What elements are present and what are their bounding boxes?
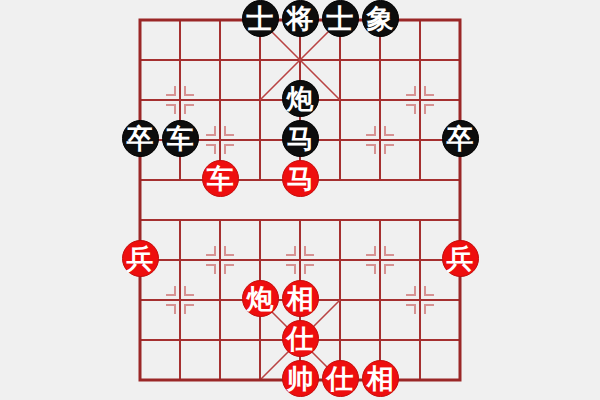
piece-red-soldier-1[interactable]: 兵 [122, 240, 159, 277]
piece-black-advisor-1[interactable]: 士 [242, 0, 279, 37]
piece-red-cannon-1[interactable]: 炮 [242, 280, 279, 317]
piece-red-elephant-2[interactable]: 相 [362, 360, 399, 397]
piece-red-general[interactable]: 帅 [282, 360, 319, 397]
piece-red-elephant-1[interactable]: 相 [282, 280, 319, 317]
piece-black-elephant-1[interactable]: 象 [362, 0, 399, 37]
piece-red-advisor-1[interactable]: 仕 [282, 320, 319, 357]
piece-black-cannon-1[interactable]: 炮 [282, 80, 319, 117]
piece-black-soldier-2[interactable]: 卒 [442, 120, 479, 157]
xiangqi-board: 士将士象炮卒车马卒车马兵兵炮相仕帅仕相 [0, 0, 600, 400]
piece-grid: 士将士象炮卒车马卒车马兵兵炮相仕帅仕相 [120, 0, 480, 398]
piece-black-general[interactable]: 将 [282, 0, 319, 37]
piece-black-advisor-2[interactable]: 士 [322, 0, 359, 37]
piece-red-advisor-2[interactable]: 仕 [322, 360, 359, 397]
piece-black-chariot-1[interactable]: 车 [162, 120, 199, 157]
piece-red-chariot-1[interactable]: 车 [202, 160, 239, 197]
piece-red-horse-1[interactable]: 马 [282, 160, 319, 197]
piece-black-horse-1[interactable]: 马 [282, 120, 319, 157]
piece-black-soldier-1[interactable]: 卒 [122, 120, 159, 157]
piece-red-soldier-2[interactable]: 兵 [442, 240, 479, 277]
